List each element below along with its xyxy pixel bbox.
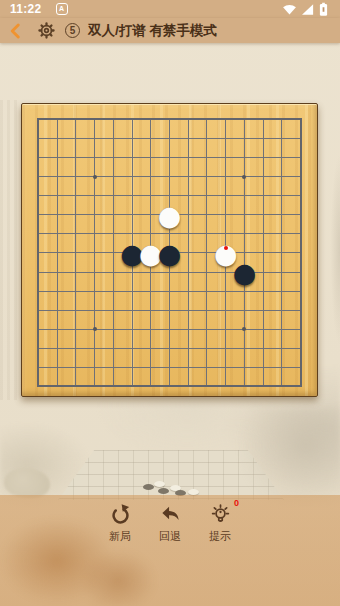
board-cell-I5[interactable] [179, 301, 198, 320]
board-cell-E4[interactable] [104, 320, 123, 339]
board-cell-I11[interactable] [179, 186, 198, 205]
board-cell-H1[interactable] [160, 377, 179, 396]
board-cell-C4[interactable] [66, 320, 85, 339]
board-cell-J7[interactable] [198, 263, 217, 282]
board-cell-A14[interactable] [29, 129, 48, 148]
battery-icon [319, 2, 328, 17]
board-cell-C2[interactable] [66, 358, 85, 377]
board-cell-I3[interactable] [179, 339, 198, 358]
board-cell-A9[interactable] [29, 224, 48, 243]
board-cell-M3[interactable] [254, 339, 273, 358]
board-cell-E9[interactable] [104, 224, 123, 243]
board-cell-I13[interactable] [179, 148, 198, 167]
board-cell-J4[interactable] [198, 320, 217, 339]
board-cell-J10[interactable] [198, 205, 217, 224]
board-cell-L4[interactable] [235, 320, 254, 339]
board-cell-K10[interactable] [216, 205, 235, 224]
hint-count-badge: 0 [234, 498, 239, 508]
board-cell-L7[interactable]: ● [235, 263, 254, 282]
board-cell-K3[interactable] [216, 339, 235, 358]
board-cell-M7[interactable] [254, 263, 273, 282]
board-cell-D10[interactable] [85, 205, 104, 224]
board-cell-O6[interactable] [291, 282, 310, 301]
board-cell-O2[interactable] [291, 358, 310, 377]
board-cell-E2[interactable] [104, 358, 123, 377]
page-title: 双人/打谱 有禁手模式 [88, 22, 217, 40]
gear-icon [38, 22, 55, 39]
board-cell-G13[interactable] [141, 148, 160, 167]
board-cell-F14[interactable] [123, 129, 142, 148]
hint-label: 提示 [209, 529, 231, 544]
board-cell-L1[interactable] [235, 377, 254, 396]
board-cell-E5[interactable] [104, 301, 123, 320]
board-cell-M2[interactable] [254, 358, 273, 377]
board-cell-L12[interactable] [235, 167, 254, 186]
board-cell-F2[interactable] [123, 358, 142, 377]
bottom-panel: 新局 回退 0 [0, 495, 340, 606]
board-cell-D1[interactable] [85, 377, 104, 396]
board-cell-G7[interactable] [141, 263, 160, 282]
board-cell-I9[interactable] [179, 224, 198, 243]
board-cell-M8[interactable] [254, 243, 273, 262]
board-cell-B9[interactable] [48, 224, 67, 243]
board-cell-G11[interactable] [141, 186, 160, 205]
board-cell-C9[interactable] [66, 224, 85, 243]
board-cell-H3[interactable] [160, 339, 179, 358]
board-cell-C14[interactable] [66, 129, 85, 148]
board-cell-N8[interactable] [273, 243, 292, 262]
board-cell-D5[interactable] [85, 301, 104, 320]
board-cell-C12[interactable] [66, 167, 85, 186]
board-cell-H14[interactable] [160, 129, 179, 148]
board-cell-H6[interactable] [160, 282, 179, 301]
board-cell-O4[interactable] [291, 320, 310, 339]
back-chevron-icon [7, 22, 25, 40]
board-cell-B8[interactable] [48, 243, 67, 262]
background-cliff-left [0, 100, 20, 400]
board-cell-A12[interactable] [29, 167, 48, 186]
board-cell-G5[interactable] [141, 301, 160, 320]
board-cell-L3[interactable] [235, 339, 254, 358]
board-cell-E7[interactable] [104, 263, 123, 282]
board-cell-J12[interactable] [198, 167, 217, 186]
board-cell-L15[interactable] [235, 110, 254, 129]
board-cell-I7[interactable] [179, 263, 198, 282]
board-cell-A5[interactable] [29, 301, 48, 320]
board-cell-F8[interactable]: ● [123, 243, 142, 262]
board-cell-A11[interactable] [29, 186, 48, 205]
board-cell-O3[interactable] [291, 339, 310, 358]
board-cell-K2[interactable] [216, 358, 235, 377]
board-cell-J9[interactable] [198, 224, 217, 243]
board-cell-H15[interactable] [160, 110, 179, 129]
board-cell-G14[interactable] [141, 129, 160, 148]
board-cell-G2[interactable] [141, 358, 160, 377]
board-cell-J3[interactable] [198, 339, 217, 358]
board-cell-J15[interactable] [198, 110, 217, 129]
board-cell-A10[interactable] [29, 205, 48, 224]
board-cell-B3[interactable] [48, 339, 67, 358]
board-cell-D12[interactable] [85, 167, 104, 186]
board-cell-O9[interactable] [291, 224, 310, 243]
board-cell-G10[interactable] [141, 205, 160, 224]
board-cell-B2[interactable] [48, 358, 67, 377]
board-cell-F7[interactable] [123, 263, 142, 282]
board-cell-L14[interactable] [235, 129, 254, 148]
board-cell-A13[interactable] [29, 148, 48, 167]
board-cell-F11[interactable] [123, 186, 142, 205]
board-cell-B4[interactable] [48, 320, 67, 339]
board-cell-E8[interactable] [104, 243, 123, 262]
board-cell-D11[interactable] [85, 186, 104, 205]
nav-bar: 5 双人/打谱 有禁手模式 [0, 18, 340, 43]
board-cell-N6[interactable] [273, 282, 292, 301]
board-cell-K5[interactable] [216, 301, 235, 320]
board-cell-B11[interactable] [48, 186, 67, 205]
board-cell-H12[interactable] [160, 167, 179, 186]
board-cell-H8[interactable]: ● [160, 243, 179, 262]
board-cell-A4[interactable] [29, 320, 48, 339]
board-cell-F15[interactable] [123, 110, 142, 129]
star-point [93, 175, 97, 179]
board-cell-D15[interactable] [85, 110, 104, 129]
board-cell-M6[interactable] [254, 282, 273, 301]
board-cell-H2[interactable] [160, 358, 179, 377]
board-cell-A1[interactable] [29, 377, 48, 396]
board-cell-E6[interactable] [104, 282, 123, 301]
board-cell-I14[interactable] [179, 129, 198, 148]
board-cell-O7[interactable] [291, 263, 310, 282]
board-cell-B6[interactable] [48, 282, 67, 301]
app-screen: 11:22 A [0, 0, 340, 606]
board-cell-E11[interactable] [104, 186, 123, 205]
board-cell-G8[interactable]: ● [141, 243, 160, 262]
board-grid: ●●●●●● [29, 110, 310, 396]
board-cell-F9[interactable] [123, 224, 142, 243]
board-cell-F5[interactable] [123, 301, 142, 320]
board-cell-K13[interactable] [216, 148, 235, 167]
board-cell-M12[interactable] [254, 167, 273, 186]
board-cell-A15[interactable] [29, 110, 48, 129]
board-cell-K12[interactable] [216, 167, 235, 186]
back-button[interactable] [5, 20, 27, 42]
board-cell-D2[interactable] [85, 358, 104, 377]
board-cell-A8[interactable] [29, 243, 48, 262]
board-cell-F6[interactable] [123, 282, 142, 301]
board-cell-E3[interactable] [104, 339, 123, 358]
board-cell-L8[interactable] [235, 243, 254, 262]
board-cell-F12[interactable] [123, 167, 142, 186]
board-cell-L11[interactable] [235, 186, 254, 205]
board-cell-C5[interactable] [66, 301, 85, 320]
board-cell-I8[interactable] [179, 243, 198, 262]
board-cell-G15[interactable] [141, 110, 160, 129]
board-cell-K8[interactable]: ● [216, 243, 235, 262]
board-cell-I10[interactable] [179, 205, 198, 224]
board-cell-J8[interactable] [198, 243, 217, 262]
refresh-icon [109, 503, 132, 526]
board-cell-F13[interactable] [123, 148, 142, 167]
board-cell-F3[interactable] [123, 339, 142, 358]
board-cell-A2[interactable] [29, 358, 48, 377]
board-cell-F4[interactable] [123, 320, 142, 339]
painted-stone [158, 488, 169, 494]
board-cell-N11[interactable] [273, 186, 292, 205]
board-cell-K6[interactable] [216, 282, 235, 301]
board-cell-M13[interactable] [254, 148, 273, 167]
signal-icon [302, 4, 314, 15]
board-cell-J2[interactable] [198, 358, 217, 377]
board-cell-I2[interactable] [179, 358, 198, 377]
undo-icon [159, 503, 182, 526]
board-cell-C10[interactable] [66, 205, 85, 224]
new-game-button[interactable]: 新局 [97, 497, 143, 544]
board-cell-K14[interactable] [216, 129, 235, 148]
board-cell-M14[interactable] [254, 129, 273, 148]
board-cell-B5[interactable] [48, 301, 67, 320]
board-cell-K9[interactable] [216, 224, 235, 243]
background-tree-right-upper [318, 100, 340, 400]
board-cell-F10[interactable] [123, 205, 142, 224]
board-cell-O12[interactable] [291, 167, 310, 186]
board-cell-B12[interactable] [48, 167, 67, 186]
board-cell-H10[interactable]: ● [160, 205, 179, 224]
board-cell-N3[interactable] [273, 339, 292, 358]
board-cell-C3[interactable] [66, 339, 85, 358]
board-cell-N13[interactable] [273, 148, 292, 167]
board-cell-E10[interactable] [104, 205, 123, 224]
board-cell-C8[interactable] [66, 243, 85, 262]
board-cell-I1[interactable] [179, 377, 198, 396]
star-point [242, 327, 246, 331]
board-cell-D13[interactable] [85, 148, 104, 167]
board-cell-E12[interactable] [104, 167, 123, 186]
board-cell-O10[interactable] [291, 205, 310, 224]
board-cell-D14[interactable] [85, 129, 104, 148]
board-cell-M9[interactable] [254, 224, 273, 243]
board-cell-N5[interactable] [273, 301, 292, 320]
board-cell-K11[interactable] [216, 186, 235, 205]
board-cell-H5[interactable] [160, 301, 179, 320]
board-cell-L13[interactable] [235, 148, 254, 167]
board-cell-N14[interactable] [273, 129, 292, 148]
board-cell-H7[interactable] [160, 263, 179, 282]
board-cell-I4[interactable] [179, 320, 198, 339]
board-cell-N9[interactable] [273, 224, 292, 243]
board-cell-E14[interactable] [104, 129, 123, 148]
board-cell-N12[interactable] [273, 167, 292, 186]
board-cell-C7[interactable] [66, 263, 85, 282]
board-cell-M1[interactable] [254, 377, 273, 396]
board-cell-G12[interactable] [141, 167, 160, 186]
board-cell-L10[interactable] [235, 205, 254, 224]
board-cell-L6[interactable] [235, 282, 254, 301]
board-cell-C6[interactable] [66, 282, 85, 301]
board-cell-N4[interactable] [273, 320, 292, 339]
board-cell-L9[interactable] [235, 224, 254, 243]
painted-stone [143, 484, 154, 490]
board-cell-D3[interactable] [85, 339, 104, 358]
board-cell-L2[interactable] [235, 358, 254, 377]
hint-button[interactable]: 0 提示 [197, 497, 243, 544]
board-cell-N15[interactable] [273, 110, 292, 129]
settings-button[interactable] [37, 22, 55, 40]
board-cell-I15[interactable] [179, 110, 198, 129]
gomoku-board[interactable]: ●●●●●● [21, 103, 318, 397]
clock: 11:22 [10, 2, 42, 16]
board-cell-E13[interactable] [104, 148, 123, 167]
board-cell-M15[interactable] [254, 110, 273, 129]
board-cell-H11[interactable] [160, 186, 179, 205]
circled-five-icon: 5 [65, 23, 80, 38]
board-cell-B1[interactable] [48, 377, 67, 396]
board-cell-C13[interactable] [66, 148, 85, 167]
hint-icon [209, 503, 232, 526]
board-cell-G3[interactable] [141, 339, 160, 358]
board-cell-G4[interactable] [141, 320, 160, 339]
board-cell-B13[interactable] [48, 148, 67, 167]
star-point [242, 175, 246, 179]
board-cell-N1[interactable] [273, 377, 292, 396]
board-cell-M10[interactable] [254, 205, 273, 224]
board-cell-A6[interactable] [29, 282, 48, 301]
board-cell-O5[interactable] [291, 301, 310, 320]
star-point [167, 251, 171, 255]
board-cell-M4[interactable] [254, 320, 273, 339]
board-cell-K1[interactable] [216, 377, 235, 396]
new-game-label: 新局 [109, 529, 131, 544]
board-cell-N10[interactable] [273, 205, 292, 224]
board-cell-K15[interactable] [216, 110, 235, 129]
board-cell-I12[interactable] [179, 167, 198, 186]
board-cell-O15[interactable] [291, 110, 310, 129]
board-cell-N7[interactable] [273, 263, 292, 282]
board-cell-M11[interactable] [254, 186, 273, 205]
board-cell-H4[interactable] [160, 320, 179, 339]
board-cell-C15[interactable] [66, 110, 85, 129]
board-cell-F1[interactable] [123, 377, 142, 396]
status-bar: 11:22 A [0, 0, 340, 18]
board-cell-J5[interactable] [198, 301, 217, 320]
board-cell-J1[interactable] [198, 377, 217, 396]
board-cell-G9[interactable] [141, 224, 160, 243]
board-cell-J14[interactable] [198, 129, 217, 148]
wifi-icon [282, 4, 297, 15]
board-cell-E1[interactable] [104, 377, 123, 396]
board-cell-J11[interactable] [198, 186, 217, 205]
action-bar: 新局 回退 0 [0, 497, 340, 544]
board-cell-M5[interactable] [254, 301, 273, 320]
board-cell-B15[interactable] [48, 110, 67, 129]
last-move-marker [224, 246, 228, 250]
board-cell-O1[interactable] [291, 377, 310, 396]
board-cell-O8[interactable] [291, 243, 310, 262]
star-point [93, 327, 97, 331]
board-cell-D4[interactable] [85, 320, 104, 339]
board-cell-D8[interactable] [85, 243, 104, 262]
board-cell-E15[interactable] [104, 110, 123, 129]
background-rock-left [4, 468, 50, 498]
board-cell-I6[interactable] [179, 282, 198, 301]
board-cell-N2[interactable] [273, 358, 292, 377]
board-cell-B7[interactable] [48, 263, 67, 282]
undo-button[interactable]: 回退 [147, 497, 193, 544]
board-cell-K7[interactable] [216, 263, 235, 282]
board-cell-H9[interactable] [160, 224, 179, 243]
board-cell-O13[interactable] [291, 148, 310, 167]
board-cell-K4[interactable] [216, 320, 235, 339]
board-cell-C11[interactable] [66, 186, 85, 205]
board-cell-J13[interactable] [198, 148, 217, 167]
board-cell-B14[interactable] [48, 129, 67, 148]
board-cell-D6[interactable] [85, 282, 104, 301]
board-cell-G1[interactable] [141, 377, 160, 396]
board-cell-D7[interactable] [85, 263, 104, 282]
board-cell-B10[interactable] [48, 205, 67, 224]
board-cell-J6[interactable] [198, 282, 217, 301]
board-cell-A3[interactable] [29, 339, 48, 358]
board-cell-O11[interactable] [291, 186, 310, 205]
painted-stone [154, 481, 165, 487]
board-cell-C1[interactable] [66, 377, 85, 396]
board-cell-A7[interactable] [29, 263, 48, 282]
board-cell-L5[interactable] [235, 301, 254, 320]
board-cell-H13[interactable] [160, 148, 179, 167]
board-cell-D9[interactable] [85, 224, 104, 243]
undo-label: 回退 [159, 529, 181, 544]
board-cell-O14[interactable] [291, 129, 310, 148]
notification-app-icon: A [56, 3, 68, 15]
board-cell-G6[interactable] [141, 282, 160, 301]
background-tree-right [228, 408, 340, 503]
